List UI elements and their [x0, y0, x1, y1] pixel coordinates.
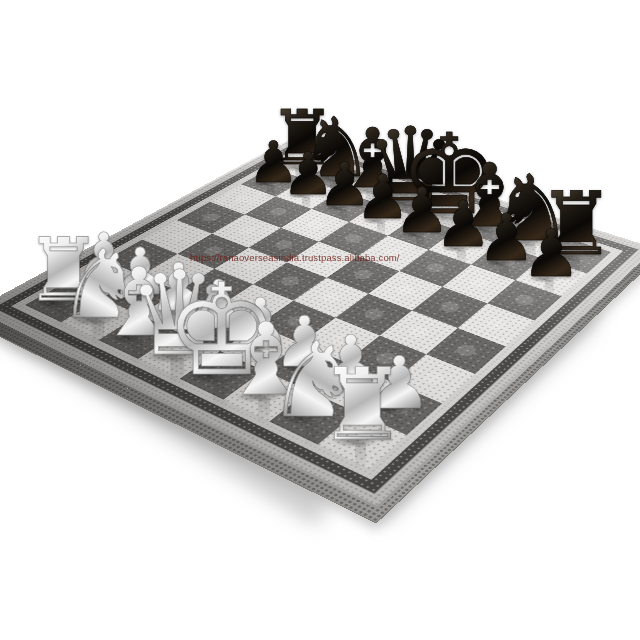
- chess-set-product-photo: ♜♞♝♛♚♝♞♜♟♟♟♟♟♟♟♟♟♟♟♟♟♟♟♟♜♞♝♛♚♝♞♜ https:/…: [0, 0, 640, 640]
- watermark-url: https://ranaoverseasindia.trustpass.alib…: [190, 252, 400, 263]
- piece-white-rook: ♜: [318, 355, 407, 454]
- piece-black-pawn: ♟: [522, 221, 581, 287]
- pieces-layer: ♜♞♝♛♚♝♞♜♟♟♟♟♟♟♟♟♟♟♟♟♟♟♟♟♜♞♝♛♚♝♞♜: [0, 0, 640, 640]
